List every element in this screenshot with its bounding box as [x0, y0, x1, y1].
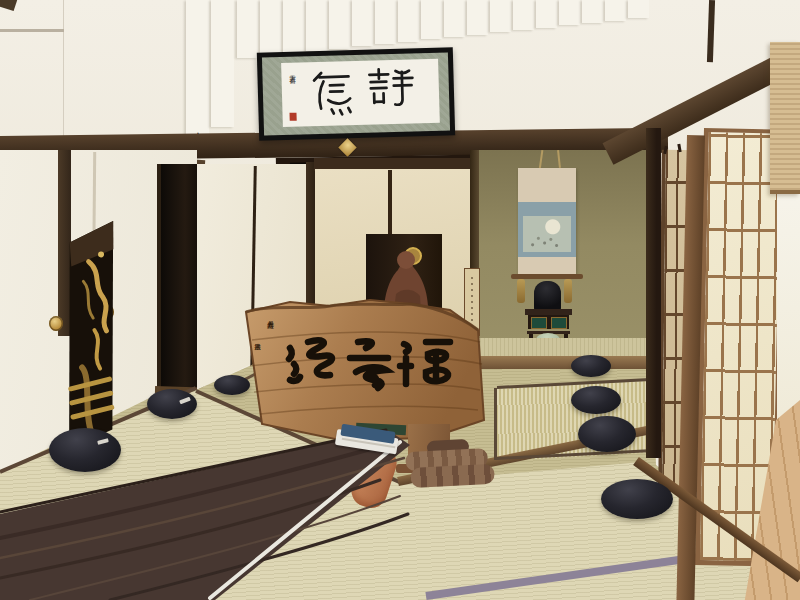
zafu-cushion: [571, 386, 621, 414]
frame-paper: 大雲書: [281, 59, 440, 127]
scroll-weight: [517, 279, 525, 303]
frame-signature: 大雲書: [287, 70, 296, 73]
rolled-blind: [770, 42, 800, 194]
memorial-banner: 師: [605, 0, 626, 21]
memorial-banner: 宗師: [513, 0, 534, 30]
memorial-banner: 宗師: [536, 0, 557, 28]
seiryo-calligraphy: [281, 59, 440, 127]
memorial-banner: 師: [582, 0, 603, 23]
plank-inscription-signature: 法泉書: [254, 338, 261, 374]
cushion-tag: [179, 397, 191, 405]
memorial-tablet: [534, 281, 561, 311]
plank-inscription-date: 喜寿年六月: [266, 316, 273, 370]
memorial-banner: 大宗師: [421, 0, 442, 39]
memorial-banner: 安樂大宗師: [283, 0, 304, 53]
memorial-banner: 大宗師: [467, 0, 488, 35]
memorial-banner: 福眼大宗師: [237, 0, 258, 58]
memorial-banner: 大宗師: [444, 0, 465, 37]
wall-seam: [63, 0, 64, 150]
memorial-banner: 同: [628, 0, 649, 18]
doorway: [157, 164, 204, 390]
hanging-scroll: [518, 168, 576, 275]
memorial-banner: 堅田大宗師: [375, 0, 396, 44]
memorial-banner: 師慶大宗師: [260, 0, 281, 56]
memorial-banner: 本寺大因丈: [186, 0, 209, 136]
zafu-cushion: [571, 355, 611, 377]
zafu-cushion: [578, 416, 636, 452]
memorial-banner: 子元大宗師: [352, 0, 373, 46]
alcove-front-post: [646, 128, 661, 458]
memorial-banner: 微善大宗師: [306, 0, 327, 51]
memorial-banner: 宗師: [559, 0, 580, 25]
memorial-banner: 福州大宗師: [398, 0, 419, 42]
memorial-banner: 同興大宗師: [329, 0, 350, 49]
zafu-cushion: [147, 389, 197, 419]
memorial-banner: 大宗師: [490, 0, 511, 32]
memorial-banner: 助化単: [211, 0, 234, 127]
wall-rail-line: [0, 29, 64, 32]
altar-panel: [551, 317, 567, 329]
red-seal: [290, 113, 297, 121]
zafu-cushion: [601, 479, 673, 519]
zen-hall-photo: 本寺大因丈 助化単 福眼大宗師 師慶大宗師 安樂大宗師 微善大宗師 同興大宗師 …: [0, 0, 800, 600]
altar-panel: [531, 317, 547, 329]
framed-calligraphy: 大雲書: [257, 47, 455, 140]
long-table: [0, 418, 480, 600]
scroll-weight: [564, 279, 572, 303]
scroll-picture: [523, 216, 571, 252]
